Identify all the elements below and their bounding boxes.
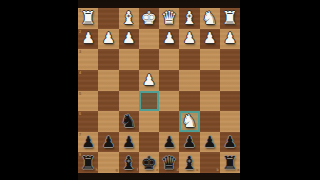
square-g3[interactable] (98, 49, 118, 70)
square-b1[interactable]: ♞ (200, 8, 220, 29)
chess-board: 1♜♝♚♛♝♞♜2♟♟♟♟♟♟♟34♟56♞♞7♟♟♟♟♟♟♟8h♜gf♝e♚d… (78, 8, 240, 173)
black-pawn-f7[interactable]: ♟ (122, 134, 135, 149)
white-knight-b1[interactable]: ♞ (202, 9, 218, 27)
square-h7[interactable]: 7♟ (78, 132, 98, 153)
rank-label-4: 4 (79, 71, 81, 75)
black-rook-a8[interactable]: ♜ (222, 153, 238, 171)
square-a5[interactable] (220, 91, 240, 112)
rank-label-3: 3 (79, 50, 81, 54)
square-e3[interactable] (139, 49, 159, 70)
black-pawn-g7[interactable]: ♟ (102, 134, 115, 149)
white-pawn-h2[interactable]: ♟ (81, 31, 94, 46)
square-d2[interactable]: ♟ (159, 29, 179, 50)
square-a6[interactable] (220, 111, 240, 132)
square-g2[interactable]: ♟ (98, 29, 118, 50)
square-e4[interactable]: ♟ (139, 70, 159, 91)
square-d3[interactable] (159, 49, 179, 70)
square-b8[interactable]: b (200, 152, 220, 173)
square-f4[interactable] (119, 70, 139, 91)
black-pawn-c7[interactable]: ♟ (183, 134, 196, 149)
square-a2[interactable]: ♟ (220, 29, 240, 50)
square-e7[interactable] (139, 132, 159, 153)
square-g1[interactable] (98, 8, 118, 29)
square-b5[interactable] (200, 91, 220, 112)
square-h2[interactable]: 2♟ (78, 29, 98, 50)
letterbox-right (240, 0, 320, 180)
board-view: 1♜♝♚♛♝♞♜2♟♟♟♟♟♟♟34♟56♞♞7♟♟♟♟♟♟♟8h♜gf♝e♚d… (0, 0, 320, 180)
square-d4[interactable] (159, 70, 179, 91)
square-h4[interactable]: 4 (78, 70, 98, 91)
rank-label-6: 6 (79, 112, 81, 116)
black-pawn-d7[interactable]: ♟ (162, 134, 175, 149)
square-a7[interactable]: ♟ (220, 132, 240, 153)
square-h5[interactable]: 5 (78, 91, 98, 112)
square-d1[interactable]: ♛ (159, 8, 179, 29)
white-queen-d1[interactable]: ♛ (161, 9, 177, 27)
square-c4[interactable] (179, 70, 199, 91)
square-c7[interactable]: ♟ (179, 132, 199, 153)
square-f6[interactable]: ♞ (119, 111, 139, 132)
square-a8[interactable]: a♜ (220, 152, 240, 173)
square-b4[interactable] (200, 70, 220, 91)
square-a1[interactable]: ♜ (220, 8, 240, 29)
square-e8[interactable]: e♚ (139, 152, 159, 173)
black-bishop-c8[interactable]: ♝ (181, 153, 197, 171)
rank-label-5: 5 (79, 92, 81, 96)
white-pawn-f2[interactable]: ♟ (122, 31, 135, 46)
white-pawn-a2[interactable]: ♟ (223, 31, 236, 46)
square-c2[interactable]: ♟ (179, 29, 199, 50)
white-bishop-c1[interactable]: ♝ (181, 9, 197, 27)
square-f3[interactable] (119, 49, 139, 70)
square-e2[interactable] (139, 29, 159, 50)
white-bishop-f1[interactable]: ♝ (121, 9, 137, 27)
square-d5[interactable] (159, 91, 179, 112)
black-bishop-f8[interactable]: ♝ (121, 153, 137, 171)
white-pawn-e4[interactable]: ♟ (142, 72, 155, 87)
white-rook-a1[interactable]: ♜ (222, 9, 238, 27)
white-pawn-d2[interactable]: ♟ (162, 31, 175, 46)
white-king-e1[interactable]: ♚ (141, 9, 157, 27)
black-pawn-h7[interactable]: ♟ (81, 134, 94, 149)
square-b3[interactable] (200, 49, 220, 70)
square-e5[interactable] (139, 91, 159, 112)
white-pawn-g2[interactable]: ♟ (102, 31, 115, 46)
square-a3[interactable] (220, 49, 240, 70)
letterbox-left (0, 0, 78, 180)
black-pawn-a7[interactable]: ♟ (223, 134, 236, 149)
square-c1[interactable]: ♝ (179, 8, 199, 29)
square-h6[interactable]: 6 (78, 111, 98, 132)
black-knight-f6[interactable]: ♞ (121, 112, 137, 130)
square-d6[interactable] (159, 111, 179, 132)
square-d7[interactable]: ♟ (159, 132, 179, 153)
square-f5[interactable] (119, 91, 139, 112)
square-e6[interactable] (139, 111, 159, 132)
square-h8[interactable]: 8h♜ (78, 152, 98, 173)
square-g6[interactable] (98, 111, 118, 132)
white-knight-c6[interactable]: ♞ (181, 112, 197, 130)
square-b6[interactable] (200, 111, 220, 132)
square-b2[interactable]: ♟ (200, 29, 220, 50)
black-rook-h8[interactable]: ♜ (80, 153, 96, 171)
black-pawn-b7[interactable]: ♟ (203, 134, 216, 149)
square-e1[interactable]: ♚ (139, 8, 159, 29)
square-g4[interactable] (98, 70, 118, 91)
file-label-f: f (137, 168, 138, 172)
white-pawn-c2[interactable]: ♟ (183, 31, 196, 46)
square-f7[interactable]: ♟ (119, 132, 139, 153)
black-queen-d8[interactable]: ♛ (161, 153, 177, 171)
file-label-g: g (115, 168, 117, 172)
white-pawn-b2[interactable]: ♟ (203, 31, 216, 46)
black-king-e8[interactable]: ♚ (141, 153, 157, 171)
file-label-b: b (216, 168, 218, 172)
board-frame: 1♜♝♚♛♝♞♜2♟♟♟♟♟♟♟34♟56♞♞7♟♟♟♟♟♟♟8h♜gf♝e♚d… (78, 0, 240, 180)
square-c3[interactable] (179, 49, 199, 70)
square-f1[interactable]: ♝ (119, 8, 139, 29)
square-g7[interactable]: ♟ (98, 132, 118, 153)
square-c5[interactable] (179, 91, 199, 112)
square-a4[interactable] (220, 70, 240, 91)
square-f8[interactable]: f♝ (119, 152, 139, 173)
square-d8[interactable]: d♛ (159, 152, 179, 173)
square-c6[interactable]: ♞ (179, 111, 199, 132)
square-g5[interactable] (98, 91, 118, 112)
white-rook-h1[interactable]: ♜ (80, 9, 96, 27)
square-f2[interactable]: ♟ (119, 29, 139, 50)
square-b7[interactable]: ♟ (200, 132, 220, 153)
square-g8[interactable]: g (98, 152, 118, 173)
square-h1[interactable]: 1♜ (78, 8, 98, 29)
square-c8[interactable]: c♝ (179, 152, 199, 173)
square-h3[interactable]: 3 (78, 49, 98, 70)
